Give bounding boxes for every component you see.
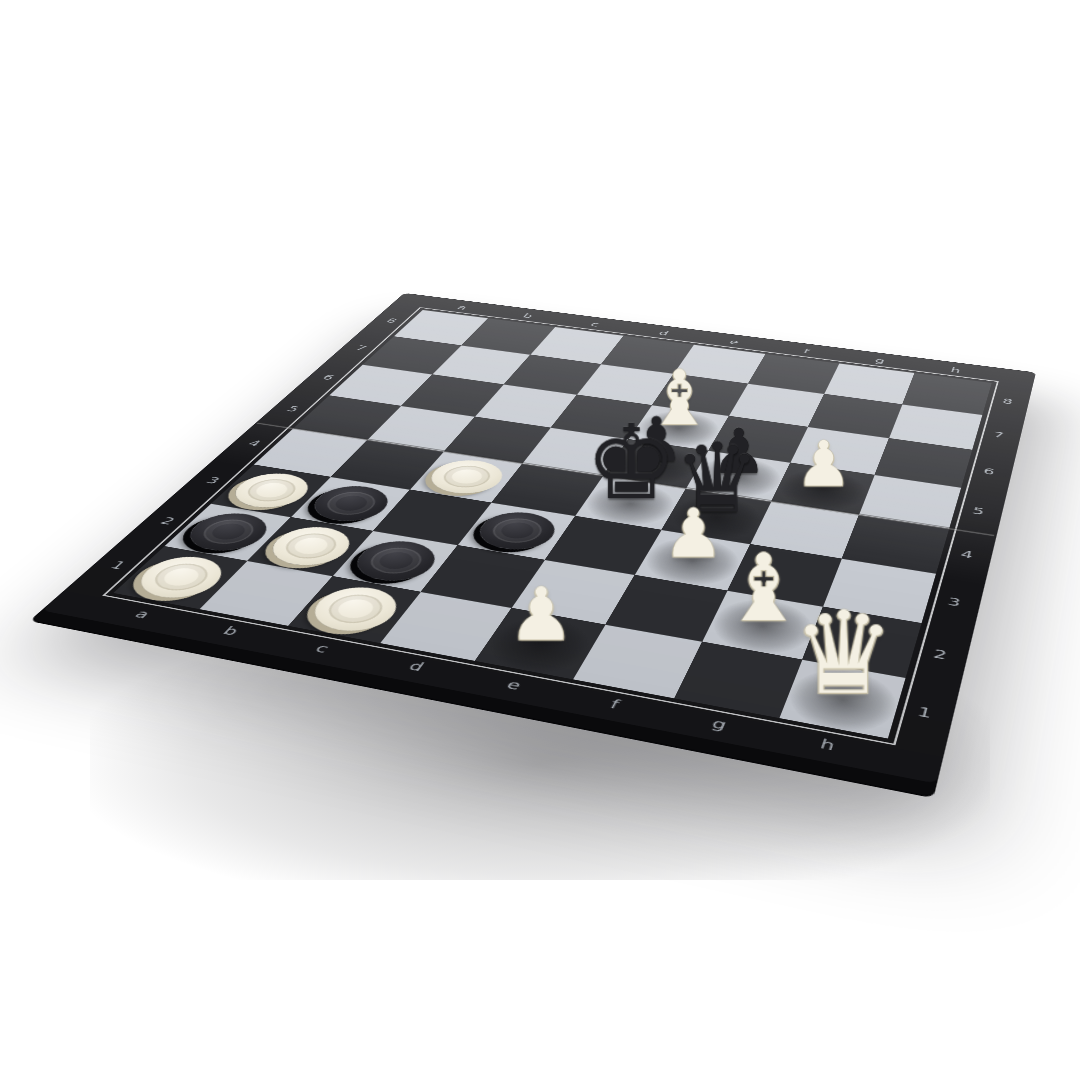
white-queen-glyph: ♛ <box>792 597 895 712</box>
scene: abcdefgh abcdefgh 87654321 87654321 ♝♟♟♟… <box>215 88 991 864</box>
coordinate-label: 2 <box>914 625 965 686</box>
white-pawn-glyph: ♟ <box>508 578 574 651</box>
pieces-layer: ♝♟♟♟♚♛♟♝♟♛ <box>113 310 991 739</box>
coordinate-label: 5 <box>957 489 1000 535</box>
checker-white-b2[interactable] <box>259 522 361 570</box>
coordinate-label: 8 <box>989 384 1026 420</box>
checker-black-b3[interactable] <box>302 482 399 526</box>
checker-black-d3[interactable] <box>469 508 565 555</box>
coordinate-label: 1 <box>897 680 951 748</box>
checker-white-c4[interactable] <box>421 456 512 497</box>
checker-white-a3[interactable] <box>222 469 319 512</box>
white-pawn-glyph: ♟ <box>796 433 852 496</box>
coordinate-label: 4 <box>944 530 989 581</box>
white-pawn-glyph: ♟ <box>663 500 724 568</box>
checker-black-a2[interactable] <box>177 509 280 556</box>
coordinate-label: 3 <box>930 575 978 631</box>
checker-black-c2[interactable] <box>345 536 447 586</box>
checker-white-a1[interactable] <box>126 552 235 603</box>
coordinate-label: 7 <box>979 416 1017 455</box>
checker-white-c1[interactable] <box>301 582 409 636</box>
page: { "game": "chess", "set_description": "f… <box>0 0 1080 1080</box>
coordinate-label: 6 <box>968 451 1008 493</box>
